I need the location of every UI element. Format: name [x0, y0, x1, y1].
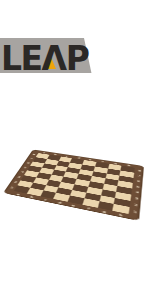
logo-letter: E [21, 39, 42, 78]
board-square-g1 [97, 201, 114, 211]
rank-label-right: 5 [133, 184, 142, 189]
chess-board: aa88bb77cc66dd55ee44ff33gg22hh11 [3, 150, 144, 221]
rank-label-right: 6 [133, 179, 142, 184]
brand-logo: LEΛP [0, 38, 100, 73]
rank-label-right: 1 [129, 209, 139, 215]
logo-letter: P [66, 39, 89, 78]
rank-label-right: 8 [135, 169, 144, 173]
logo-letter: Λ [42, 39, 66, 78]
rank-label-right: 3 [131, 196, 141, 202]
board-field [14, 153, 135, 214]
rank-label-right: 4 [132, 190, 142, 195]
rank-label-right: 7 [134, 174, 143, 179]
logo-letter: L [1, 39, 21, 78]
rank-label-right: 2 [130, 202, 140, 208]
logo-text: LEΛP [1, 41, 88, 76]
